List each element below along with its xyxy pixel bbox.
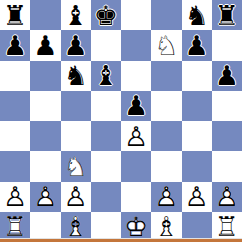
square-d6[interactable]: ♝ (91, 61, 121, 91)
white-pawn-piece[interactable]: ♟♙ (30, 182, 60, 212)
square-f8[interactable] (151, 0, 181, 30)
white-pawn-piece[interactable]: ♟♙ (0, 182, 30, 212)
black-knight-piece[interactable]: ♞ (61, 61, 91, 91)
black-bishop-piece[interactable]: ♝ (61, 0, 91, 30)
square-g2[interactable]: ♟♙ (182, 182, 212, 212)
black-rook-piece[interactable]: ♜ (0, 0, 30, 30)
white-pawn-piece[interactable]: ♟♙ (182, 182, 212, 212)
square-h4[interactable] (212, 121, 242, 151)
white-pawn-piece[interactable]: ♟♙ (212, 182, 242, 212)
chess-board: ♜♝♚♞♜♟♟♟♞♘♟♞♝♟♟♟♙♞♘♟♙♟♙♟♙♟♙♟♙♟♙♜♖♝♗♚♔♝♗♜… (0, 0, 242, 242)
square-d8[interactable]: ♚ (91, 0, 121, 30)
black-pawn-piece[interactable]: ♟ (30, 30, 60, 60)
square-h2[interactable]: ♟♙ (212, 182, 242, 212)
chess-board-area: ♜♝♚♞♜♟♟♟♞♘♟♞♝♟♟♟♙♞♘♟♙♟♙♟♙♟♙♟♙♟♙♜♖♝♗♚♔♝♗♜… (0, 0, 242, 242)
square-h6[interactable]: ♟ (212, 61, 242, 91)
square-b2[interactable]: ♟♙ (30, 182, 60, 212)
square-c2[interactable]: ♟♙ (61, 182, 91, 212)
white-pawn-piece[interactable]: ♟♙ (61, 182, 91, 212)
square-f3[interactable] (151, 151, 181, 181)
black-bishop-piece[interactable]: ♝ (91, 61, 121, 91)
square-d4[interactable] (91, 121, 121, 151)
square-e6[interactable] (121, 61, 151, 91)
square-c6[interactable]: ♞ (61, 61, 91, 91)
square-b5[interactable] (30, 91, 60, 121)
square-d2[interactable] (91, 182, 121, 212)
white-knight-piece[interactable]: ♞♘ (61, 151, 91, 181)
black-pawn-piece[interactable]: ♟ (182, 30, 212, 60)
white-pawn-piece[interactable]: ♟♙ (121, 121, 151, 151)
square-e4[interactable]: ♟♙ (121, 121, 151, 151)
square-f2[interactable]: ♟♙ (151, 182, 181, 212)
square-b3[interactable] (30, 151, 60, 181)
black-knight-piece[interactable]: ♞ (182, 0, 212, 30)
square-e8[interactable] (121, 0, 151, 30)
square-a8[interactable]: ♜ (0, 0, 30, 30)
square-b6[interactable] (30, 61, 60, 91)
square-b8[interactable] (30, 0, 60, 30)
square-h7[interactable] (212, 30, 242, 60)
square-h8[interactable]: ♜ (212, 0, 242, 30)
black-pawn-piece[interactable]: ♟ (0, 30, 30, 60)
square-d5[interactable] (91, 91, 121, 121)
black-pawn-piece[interactable]: ♟ (121, 91, 151, 121)
square-e2[interactable] (121, 182, 151, 212)
square-f6[interactable] (151, 61, 181, 91)
square-g3[interactable] (182, 151, 212, 181)
square-c8[interactable]: ♝ (61, 0, 91, 30)
square-e3[interactable] (121, 151, 151, 181)
board-bottom-edge (0, 238, 242, 242)
square-a5[interactable] (0, 91, 30, 121)
square-g8[interactable]: ♞ (182, 0, 212, 30)
square-c5[interactable] (61, 91, 91, 121)
square-c7[interactable]: ♟ (61, 30, 91, 60)
black-pawn-piece[interactable]: ♟ (61, 30, 91, 60)
white-knight-piece[interactable]: ♞♘ (151, 30, 181, 60)
square-a4[interactable] (0, 121, 30, 151)
square-c4[interactable] (61, 121, 91, 151)
square-a7[interactable]: ♟ (0, 30, 30, 60)
square-f7[interactable]: ♞♘ (151, 30, 181, 60)
square-h5[interactable] (212, 91, 242, 121)
black-king-piece[interactable]: ♚ (91, 0, 121, 30)
square-e5[interactable]: ♟ (121, 91, 151, 121)
square-g5[interactable] (182, 91, 212, 121)
square-e7[interactable] (121, 30, 151, 60)
square-a2[interactable]: ♟♙ (0, 182, 30, 212)
square-c3[interactable]: ♞♘ (61, 151, 91, 181)
square-f4[interactable] (151, 121, 181, 151)
square-g4[interactable] (182, 121, 212, 151)
square-b4[interactable] (30, 121, 60, 151)
black-rook-piece[interactable]: ♜ (212, 0, 242, 30)
white-pawn-piece[interactable]: ♟♙ (151, 182, 181, 212)
square-h3[interactable] (212, 151, 242, 181)
square-b7[interactable]: ♟ (30, 30, 60, 60)
square-f5[interactable] (151, 91, 181, 121)
square-a6[interactable] (0, 61, 30, 91)
square-a3[interactable] (0, 151, 30, 181)
square-g6[interactable] (182, 61, 212, 91)
square-d7[interactable] (91, 30, 121, 60)
black-pawn-piece[interactable]: ♟ (212, 61, 242, 91)
square-d3[interactable] (91, 151, 121, 181)
square-g7[interactable]: ♟ (182, 30, 212, 60)
